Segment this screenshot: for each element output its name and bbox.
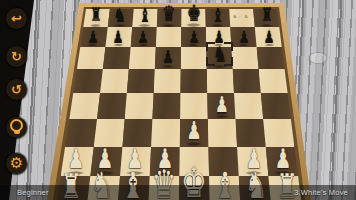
square-d4[interactable] [152, 93, 180, 119]
hint-button[interactable] [6, 117, 27, 138]
piece-black-pawn-c7[interactable]: ♟ [125, 28, 161, 45]
status-bar: Beginner 3.White's Move [0, 185, 356, 200]
gear-icon: ⚙ [10, 156, 23, 171]
undo-icon: ↺ [11, 83, 22, 96]
piece-black-bishop-f8[interactable]: ♝ [200, 5, 236, 25]
chess-app-screen: ♞♘♞♜♞♝♛♚♝♜♟♟♟♟♟♟♟♟♞♟♟♟♟♟♟♟♟♜♞♝♛♚♝♞♜ ↩ ↻ … [0, 0, 356, 200]
square-h6[interactable] [257, 47, 285, 69]
piece-black-rook-h8[interactable]: ♜ [249, 7, 285, 25]
square-c4[interactable] [125, 93, 154, 119]
piece-black-pawn-h7[interactable]: ♟ [251, 28, 287, 45]
square-e5[interactable] [180, 69, 207, 93]
square-f3[interactable] [208, 119, 237, 147]
undo-button[interactable]: ↺ [6, 79, 27, 100]
square-b5[interactable] [100, 69, 129, 93]
square-a4[interactable] [69, 93, 100, 119]
redo-icon: ↻ [11, 50, 22, 63]
lightbulb-icon [10, 119, 23, 132]
square-c5[interactable] [127, 69, 155, 93]
piece-black-pawn-d6[interactable]: ♟ [150, 49, 186, 67]
settings-button[interactable]: ⚙ [6, 153, 27, 174]
square-g5[interactable] [233, 69, 261, 93]
square-a5[interactable] [73, 69, 103, 93]
piece-white-pawn-f4[interactable]: ♟ [204, 94, 240, 116]
square-f5[interactable] [207, 69, 234, 93]
square-h5[interactable] [259, 69, 288, 93]
square-h4[interactable] [261, 93, 291, 119]
square-b6[interactable] [103, 47, 131, 69]
redo-button[interactable]: ↻ [6, 46, 27, 67]
square-d5[interactable] [154, 69, 181, 93]
back-icon: ↩ [11, 12, 22, 25]
difficulty-label: Beginner [17, 188, 49, 197]
square-a6[interactable] [77, 47, 106, 69]
back-button[interactable]: ↩ [6, 8, 27, 29]
square-b4[interactable] [97, 93, 127, 119]
piece-black-knight-f6[interactable]: ♞ [202, 45, 238, 67]
move-indicator: 3.White's Move [294, 188, 348, 197]
piece-white-pawn-e3[interactable]: ♟ [176, 120, 212, 145]
